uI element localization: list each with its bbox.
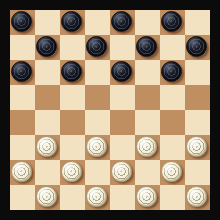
square-c5[interactable] [60,85,85,110]
square-c6[interactable] [60,60,85,85]
light-man[interactable] [36,186,57,207]
square-f7[interactable] [135,35,160,60]
square-c4[interactable] [60,110,85,135]
square-a6[interactable] [10,60,35,85]
square-a7[interactable] [10,35,35,60]
square-c7[interactable] [60,35,85,60]
square-c3[interactable] [60,135,85,160]
square-c8[interactable] [60,10,85,35]
square-c1[interactable] [60,185,85,210]
square-b1[interactable] [35,185,60,210]
dark-man[interactable] [61,11,82,32]
square-e3[interactable] [110,135,135,160]
square-g5[interactable] [160,85,185,110]
square-f8[interactable] [135,10,160,35]
square-b5[interactable] [35,85,60,110]
light-man[interactable] [36,136,57,157]
square-e7[interactable] [110,35,135,60]
dark-man[interactable] [136,36,157,57]
square-b7[interactable] [35,35,60,60]
square-e5[interactable] [110,85,135,110]
square-f6[interactable] [135,60,160,85]
square-a2[interactable] [10,160,35,185]
square-d6[interactable] [85,60,110,85]
light-man[interactable] [86,186,107,207]
square-a4[interactable] [10,110,35,135]
square-d2[interactable] [85,160,110,185]
light-man[interactable] [186,136,207,157]
square-d3[interactable] [85,135,110,160]
square-b3[interactable] [35,135,60,160]
square-e2[interactable] [110,160,135,185]
light-man[interactable] [86,136,107,157]
dark-man[interactable] [161,11,182,32]
dark-man[interactable] [186,36,207,57]
square-f4[interactable] [135,110,160,135]
square-f5[interactable] [135,85,160,110]
dark-man[interactable] [11,61,32,82]
light-man[interactable] [136,136,157,157]
dark-man[interactable] [161,61,182,82]
light-man[interactable] [186,186,207,207]
square-e8[interactable] [110,10,135,35]
square-a8[interactable] [10,10,35,35]
square-h2[interactable] [185,160,210,185]
square-a5[interactable] [10,85,35,110]
square-c2[interactable] [60,160,85,185]
square-h8[interactable] [185,10,210,35]
square-e4[interactable] [110,110,135,135]
dark-man[interactable] [11,11,32,32]
square-g4[interactable] [160,110,185,135]
square-d7[interactable] [85,35,110,60]
square-b6[interactable] [35,60,60,85]
light-man[interactable] [11,161,32,182]
square-a3[interactable] [10,135,35,160]
square-b2[interactable] [35,160,60,185]
square-h5[interactable] [185,85,210,110]
square-d4[interactable] [85,110,110,135]
square-d1[interactable] [85,185,110,210]
square-g2[interactable] [160,160,185,185]
square-g6[interactable] [160,60,185,85]
square-e6[interactable] [110,60,135,85]
square-b4[interactable] [35,110,60,135]
dark-man[interactable] [61,61,82,82]
square-b8[interactable] [35,10,60,35]
square-f3[interactable] [135,135,160,160]
square-h7[interactable] [185,35,210,60]
square-g8[interactable] [160,10,185,35]
square-h4[interactable] [185,110,210,135]
light-man[interactable] [61,161,82,182]
dark-man[interactable] [86,36,107,57]
square-f1[interactable] [135,185,160,210]
square-h1[interactable] [185,185,210,210]
light-man[interactable] [161,161,182,182]
square-f2[interactable] [135,160,160,185]
dark-man[interactable] [111,61,132,82]
light-man[interactable] [136,186,157,207]
square-h3[interactable] [185,135,210,160]
square-a1[interactable] [10,185,35,210]
square-g1[interactable] [160,185,185,210]
square-g3[interactable] [160,135,185,160]
board-frame [0,0,220,220]
square-d5[interactable] [85,85,110,110]
square-h6[interactable] [185,60,210,85]
light-man[interactable] [111,161,132,182]
square-d8[interactable] [85,10,110,35]
square-e1[interactable] [110,185,135,210]
dark-man[interactable] [36,36,57,57]
checkers-board [10,10,210,210]
dark-man[interactable] [111,11,132,32]
square-g7[interactable] [160,35,185,60]
